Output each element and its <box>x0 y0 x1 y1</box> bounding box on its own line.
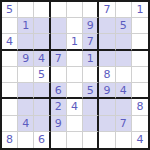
cell-r9c4[interactable] <box>51 132 67 148</box>
cell-r4c9[interactable] <box>132 51 148 67</box>
cell-r4c2[interactable]: 9 <box>18 51 34 67</box>
cell-r8c5[interactable] <box>67 116 83 132</box>
cell-r3c8[interactable] <box>116 34 132 50</box>
cell-r8c8[interactable]: 7 <box>116 116 132 132</box>
cell-r7c1[interactable] <box>2 99 18 115</box>
cell-r2c5[interactable] <box>67 18 83 34</box>
cell-r8c7[interactable] <box>99 116 115 132</box>
cell-r5c9[interactable] <box>132 67 148 83</box>
cell-r1c5[interactable] <box>67 2 83 18</box>
cell-r7c4[interactable]: 2 <box>51 99 67 115</box>
cell-r6c1[interactable] <box>2 83 18 99</box>
cell-r9c7[interactable] <box>99 132 115 148</box>
cell-r9c9[interactable]: 4 <box>132 132 148 148</box>
cell-r5c1[interactable] <box>2 67 18 83</box>
cell-r3c2[interactable] <box>18 34 34 50</box>
cell-r4c6[interactable]: 1 <box>83 51 99 67</box>
cell-r9c2[interactable] <box>18 132 34 148</box>
cell-r4c1[interactable] <box>2 51 18 67</box>
cell-r1c4[interactable] <box>51 2 67 18</box>
cell-r5c2[interactable] <box>18 67 34 83</box>
cell-r1c3[interactable] <box>34 2 50 18</box>
cell-r5c8[interactable] <box>116 67 132 83</box>
cell-r8c4[interactable]: 9 <box>51 116 67 132</box>
cell-r7c7[interactable] <box>99 99 115 115</box>
cell-r9c1[interactable]: 8 <box>2 132 18 148</box>
cell-r2c2[interactable]: 1 <box>18 18 34 34</box>
cell-r4c5[interactable] <box>67 51 83 67</box>
cell-r6c2[interactable] <box>18 83 34 99</box>
cell-r2c9[interactable] <box>132 18 148 34</box>
cell-r3c7[interactable] <box>99 34 115 50</box>
cell-r3c4[interactable] <box>51 34 67 50</box>
cell-r1c8[interactable] <box>116 2 132 18</box>
cell-r1c6[interactable] <box>83 2 99 18</box>
cell-r1c7[interactable]: 7 <box>99 2 115 18</box>
cell-r5c5[interactable] <box>67 67 83 83</box>
cell-r4c7[interactable] <box>99 51 115 67</box>
cell-r9c6[interactable] <box>83 132 99 148</box>
cell-r9c3[interactable]: 6 <box>34 132 50 148</box>
cell-r9c8[interactable] <box>116 132 132 148</box>
cell-r3c9[interactable] <box>132 34 148 50</box>
cell-r6c9[interactable] <box>132 83 148 99</box>
cell-r5c6[interactable] <box>83 67 99 83</box>
cell-r2c1[interactable] <box>2 18 18 34</box>
cell-r6c5[interactable] <box>67 83 83 99</box>
cell-r8c9[interactable] <box>132 116 148 132</box>
cell-r7c6[interactable] <box>83 99 99 115</box>
cell-r7c3[interactable] <box>34 99 50 115</box>
cell-r7c9[interactable]: 8 <box>132 99 148 115</box>
sudoku-board: 5711954179471586594248497864 <box>0 0 150 150</box>
cell-r9c5[interactable] <box>67 132 83 148</box>
cell-r5c7[interactable]: 8 <box>99 67 115 83</box>
cell-r6c3[interactable] <box>34 83 50 99</box>
cell-r1c9[interactable]: 1 <box>132 2 148 18</box>
cell-r8c2[interactable]: 4 <box>18 116 34 132</box>
cell-r4c4[interactable]: 7 <box>51 51 67 67</box>
cell-r7c8[interactable] <box>116 99 132 115</box>
cell-r3c1[interactable]: 4 <box>2 34 18 50</box>
cell-r5c4[interactable] <box>51 67 67 83</box>
cell-r6c6[interactable]: 5 <box>83 83 99 99</box>
cell-r2c4[interactable] <box>51 18 67 34</box>
cell-r8c3[interactable] <box>34 116 50 132</box>
cell-r5c3[interactable]: 5 <box>34 67 50 83</box>
cell-r7c2[interactable] <box>18 99 34 115</box>
cell-r2c7[interactable] <box>99 18 115 34</box>
cell-r6c4[interactable]: 6 <box>51 83 67 99</box>
cell-r6c7[interactable]: 9 <box>99 83 115 99</box>
cell-r2c3[interactable] <box>34 18 50 34</box>
cell-r4c3[interactable]: 4 <box>34 51 50 67</box>
cell-r1c1[interactable]: 5 <box>2 2 18 18</box>
cell-r2c6[interactable]: 9 <box>83 18 99 34</box>
cell-r3c3[interactable] <box>34 34 50 50</box>
cell-r3c5[interactable]: 1 <box>67 34 83 50</box>
cell-r8c1[interactable] <box>2 116 18 132</box>
cell-r8c6[interactable] <box>83 116 99 132</box>
cell-r7c5[interactable]: 4 <box>67 99 83 115</box>
cell-r3c6[interactable]: 7 <box>83 34 99 50</box>
cell-r2c8[interactable]: 5 <box>116 18 132 34</box>
cell-r1c2[interactable] <box>18 2 34 18</box>
cell-r4c8[interactable] <box>116 51 132 67</box>
cell-r6c8[interactable]: 4 <box>116 83 132 99</box>
